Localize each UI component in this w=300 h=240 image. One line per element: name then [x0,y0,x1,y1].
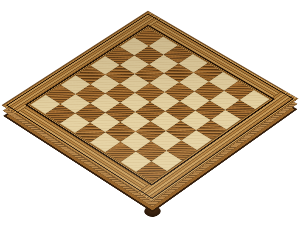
square-e3[interactable] [120,112,150,132]
chess-board [2,11,298,201]
square-f3[interactable] [136,121,166,141]
square-c2[interactable] [75,103,105,122]
square-h6[interactable] [211,110,241,130]
square-f5[interactable] [165,101,195,120]
square-d2[interactable] [90,113,120,133]
square-h4[interactable] [181,130,211,150]
square-h1[interactable] [136,161,167,182]
square-f2[interactable] [120,132,150,152]
product-photo-canvas [0,0,300,240]
square-h3[interactable] [166,140,197,160]
square-f4[interactable] [150,111,180,131]
square-g1[interactable] [121,152,152,172]
square-h2[interactable] [151,151,182,171]
square-g4[interactable] [166,121,196,141]
square-e4[interactable] [135,102,165,121]
board-squares-grid [31,28,270,182]
square-d3[interactable] [105,103,135,122]
square-b1[interactable] [45,104,75,123]
square-f1[interactable] [105,142,136,162]
square-e1[interactable] [90,132,120,152]
square-g3[interactable] [151,131,181,151]
square-d1[interactable] [75,123,105,143]
square-h7[interactable] [225,100,255,119]
square-g5[interactable] [181,111,211,131]
square-g6[interactable] [195,101,225,120]
square-g2[interactable] [136,141,167,161]
frame-right [137,90,298,202]
square-c1[interactable] [60,113,90,133]
square-h5[interactable] [196,120,226,140]
board-top-face [2,11,298,201]
square-e2[interactable] [105,122,135,142]
